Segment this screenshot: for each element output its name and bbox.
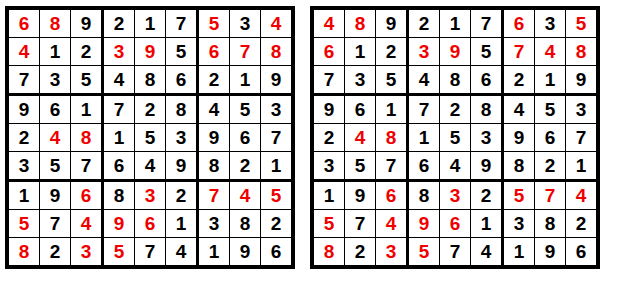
right-board-cell-r4c2[interactable]: 6 [345, 96, 376, 124]
left-board-cell-r2c4[interactable]: 3 [104, 38, 135, 66]
left-board-row-6: 357649821 [9, 152, 291, 182]
right-board-row-3: 735486219 [314, 66, 596, 96]
right-board-cell-r6c5[interactable]: 4 [440, 152, 471, 182]
right-board-cell-r9c5[interactable]: 7 [440, 238, 471, 265]
right-board-cell-r7c6[interactable]: 2 [471, 182, 504, 210]
right-board-cell-r9c3[interactable]: 3 [376, 238, 409, 265]
right-board-cell-r3c9[interactable]: 9 [566, 66, 596, 96]
left-board-row-9: 823574196 [9, 238, 291, 265]
left-board-cell-r4c5[interactable]: 2 [135, 96, 166, 124]
right-board-cell-r5c7[interactable]: 9 [504, 124, 535, 152]
left-board-cell-r3c8[interactable]: 1 [230, 66, 261, 96]
sudoku-board-right: 4892176356123957487354862199617284532481… [310, 6, 600, 269]
right-board-cell-r8c9[interactable]: 2 [566, 210, 596, 238]
left-board-cell-r1c6[interactable]: 7 [166, 10, 199, 38]
left-board-cell-r6c3[interactable]: 7 [71, 152, 104, 182]
left-board-cell-r7c9[interactable]: 5 [261, 182, 291, 210]
right-board-cell-r5c5[interactable]: 5 [440, 124, 471, 152]
right-board-cell-r4c7[interactable]: 4 [504, 96, 535, 124]
right-board-cell-r1c1[interactable]: 4 [314, 10, 345, 38]
left-board-cell-r7c2[interactable]: 9 [40, 182, 71, 210]
left-board-cell-r5c1[interactable]: 2 [9, 124, 40, 152]
left-board-cell-r9c5[interactable]: 7 [135, 238, 166, 265]
left-board-cell-r3c5[interactable]: 8 [135, 66, 166, 96]
left-board-cell-r9c2[interactable]: 2 [40, 238, 71, 265]
left-board-cell-r9c3[interactable]: 3 [71, 238, 104, 265]
right-board-cell-r8c4[interactable]: 9 [409, 210, 440, 238]
left-board-cell-r3c2[interactable]: 3 [40, 66, 71, 96]
right-board-cell-r2c7[interactable]: 7 [504, 38, 535, 66]
left-board-cell-r7c6[interactable]: 2 [166, 182, 199, 210]
left-board-cell-r9c7[interactable]: 1 [199, 238, 230, 265]
right-board-row-8: 574961382 [314, 210, 596, 238]
left-board-row-3: 735486219 [9, 66, 291, 96]
left-board-cell-r5c6[interactable]: 3 [166, 124, 199, 152]
right-board-cell-r4c1[interactable]: 9 [314, 96, 345, 124]
right-board-cell-r3c6[interactable]: 6 [471, 66, 504, 96]
right-board-cell-r2c2[interactable]: 1 [345, 38, 376, 66]
left-board-cell-r1c9[interactable]: 4 [261, 10, 291, 38]
right-board-cell-r7c2[interactable]: 9 [345, 182, 376, 210]
right-board-cell-r8c6[interactable]: 1 [471, 210, 504, 238]
right-board-cell-r7c3[interactable]: 6 [376, 182, 409, 210]
left-board-cell-r7c3[interactable]: 6 [71, 182, 104, 210]
left-board-cell-r5c9[interactable]: 7 [261, 124, 291, 152]
left-board-cell-r1c5[interactable]: 1 [135, 10, 166, 38]
left-board-cell-r4c2[interactable]: 6 [40, 96, 71, 124]
left-board-cell-r7c4[interactable]: 8 [104, 182, 135, 210]
left-board-cell-r6c7[interactable]: 8 [199, 152, 230, 182]
right-board-cell-r1c9[interactable]: 5 [566, 10, 596, 38]
left-board-cell-r2c6[interactable]: 5 [166, 38, 199, 66]
left-board-cell-r8c2[interactable]: 7 [40, 210, 71, 238]
right-board-cell-r6c9[interactable]: 1 [566, 152, 596, 182]
left-board-cell-r3c3[interactable]: 5 [71, 66, 104, 96]
right-board-cell-r9c2[interactable]: 2 [345, 238, 376, 265]
right-board-cell-r9c7[interactable]: 1 [504, 238, 535, 265]
right-board-cell-r3c2[interactable]: 3 [345, 66, 376, 96]
right-board-cell-r1c2[interactable]: 8 [345, 10, 376, 38]
right-board-cell-r6c3[interactable]: 7 [376, 152, 409, 182]
left-board-cell-r2c2[interactable]: 1 [40, 38, 71, 66]
left-board-cell-r6c5[interactable]: 4 [135, 152, 166, 182]
right-board-row-2: 612395748 [314, 38, 596, 66]
left-board-cell-r4c1[interactable]: 9 [9, 96, 40, 124]
left-board-cell-r5c8[interactable]: 6 [230, 124, 261, 152]
right-board-cell-r7c1[interactable]: 1 [314, 182, 345, 210]
right-board-cell-r6c1[interactable]: 3 [314, 152, 345, 182]
right-board-cell-r8c3[interactable]: 4 [376, 210, 409, 238]
right-board-cell-r8c5[interactable]: 6 [440, 210, 471, 238]
right-board-cell-r6c2[interactable]: 5 [345, 152, 376, 182]
right-board-cell-r3c5[interactable]: 8 [440, 66, 471, 96]
right-board-cell-r4c4[interactable]: 7 [409, 96, 440, 124]
left-board-row-5: 248153967 [9, 124, 291, 152]
left-board-cell-r3c6[interactable]: 6 [166, 66, 199, 96]
right-board-cell-r2c4[interactable]: 3 [409, 38, 440, 66]
right-board-row-4: 961728453 [314, 96, 596, 124]
right-board-cell-r5c8[interactable]: 6 [535, 124, 566, 152]
right-board-cell-r1c7[interactable]: 6 [504, 10, 535, 38]
right-board-cell-r9c6[interactable]: 4 [471, 238, 504, 265]
left-board-cell-r4c3[interactable]: 1 [71, 96, 104, 124]
left-board-cell-r6c2[interactable]: 5 [40, 152, 71, 182]
left-board-cell-r8c1[interactable]: 5 [9, 210, 40, 238]
right-board-cell-r4c9[interactable]: 3 [566, 96, 596, 124]
right-board-row-6: 357649821 [314, 152, 596, 182]
left-board-cell-r8c3[interactable]: 4 [71, 210, 104, 238]
right-board-cell-r5c2[interactable]: 4 [345, 124, 376, 152]
right-board-cell-r1c4[interactable]: 2 [409, 10, 440, 38]
left-board-cell-r4c6[interactable]: 8 [166, 96, 199, 124]
right-board-cell-r8c8[interactable]: 8 [535, 210, 566, 238]
right-board-cell-r2c9[interactable]: 8 [566, 38, 596, 66]
right-board-row-1: 489217635 [314, 10, 596, 38]
left-board-row-4: 961728453 [9, 96, 291, 124]
right-board-cell-r2c1[interactable]: 6 [314, 38, 345, 66]
left-board-cell-r4c9[interactable]: 3 [261, 96, 291, 124]
right-board-cell-r7c8[interactable]: 7 [535, 182, 566, 210]
left-board-cell-r3c1[interactable]: 7 [9, 66, 40, 96]
left-board-cell-r6c6[interactable]: 9 [166, 152, 199, 182]
right-board-cell-r9c4[interactable]: 5 [409, 238, 440, 265]
left-board-cell-r2c3[interactable]: 2 [71, 38, 104, 66]
left-board-cell-r8c8[interactable]: 8 [230, 210, 261, 238]
left-board-cell-r3c9[interactable]: 9 [261, 66, 291, 96]
left-board-row-1: 689217534 [9, 10, 291, 38]
right-board-cell-r4c6[interactable]: 8 [471, 96, 504, 124]
right-board-cell-r1c5[interactable]: 1 [440, 10, 471, 38]
right-board-cell-r3c8[interactable]: 1 [535, 66, 566, 96]
right-board-cell-r4c3[interactable]: 1 [376, 96, 409, 124]
left-board-cell-r1c3[interactable]: 9 [71, 10, 104, 38]
right-board-cell-r6c4[interactable]: 6 [409, 152, 440, 182]
left-board-cell-r9c6[interactable]: 4 [166, 238, 199, 265]
right-board-cell-r1c6[interactable]: 7 [471, 10, 504, 38]
right-board-cell-r7c7[interactable]: 5 [504, 182, 535, 210]
left-board-cell-r6c9[interactable]: 1 [261, 152, 291, 182]
left-board-cell-r1c7[interactable]: 5 [199, 10, 230, 38]
left-board-cell-r2c9[interactable]: 8 [261, 38, 291, 66]
right-board-cell-r3c4[interactable]: 4 [409, 66, 440, 96]
sudoku-page: 6892175344123956787354862199617284532481… [0, 0, 623, 269]
right-board-row-9: 823574196 [314, 238, 596, 265]
left-board-cell-r1c1[interactable]: 6 [9, 10, 40, 38]
left-board-cell-r5c4[interactable]: 1 [104, 124, 135, 152]
left-board-cell-r5c2[interactable]: 4 [40, 124, 71, 152]
left-board-cell-r2c7[interactable]: 6 [199, 38, 230, 66]
left-board-row-7: 196832745 [9, 182, 291, 210]
left-board-cell-r8c9[interactable]: 2 [261, 210, 291, 238]
left-board-cell-r4c8[interactable]: 5 [230, 96, 261, 124]
left-board-cell-r8c6[interactable]: 1 [166, 210, 199, 238]
right-board-cell-r5c4[interactable]: 1 [409, 124, 440, 152]
right-board-cell-r9c8[interactable]: 9 [535, 238, 566, 265]
right-board-cell-r1c3[interactable]: 9 [376, 10, 409, 38]
right-board-cell-r7c5[interactable]: 3 [440, 182, 471, 210]
right-board-cell-r5c1[interactable]: 2 [314, 124, 345, 152]
left-board-cell-r6c4[interactable]: 6 [104, 152, 135, 182]
left-board-cell-r6c1[interactable]: 3 [9, 152, 40, 182]
right-board-cell-r6c7[interactable]: 8 [504, 152, 535, 182]
sudoku-board-left: 6892175344123956787354862199617284532481… [5, 6, 295, 269]
left-board-cell-r9c1[interactable]: 8 [9, 238, 40, 265]
left-board-cell-r5c5[interactable]: 5 [135, 124, 166, 152]
right-board-cell-r6c6[interactable]: 9 [471, 152, 504, 182]
right-board-row-7: 196832574 [314, 182, 596, 210]
left-board-cell-r3c4[interactable]: 4 [104, 66, 135, 96]
right-board-cell-r8c2[interactable]: 7 [345, 210, 376, 238]
right-board-cell-r3c3[interactable]: 5 [376, 66, 409, 96]
right-board-cell-r5c9[interactable]: 7 [566, 124, 596, 152]
right-board-cell-r4c5[interactable]: 2 [440, 96, 471, 124]
right-board-cell-r9c1[interactable]: 8 [314, 238, 345, 265]
left-board-cell-r2c5[interactable]: 9 [135, 38, 166, 66]
right-board-cell-r9c9[interactable]: 6 [566, 238, 596, 265]
left-board-cell-r5c7[interactable]: 9 [199, 124, 230, 152]
left-board-row-2: 412395678 [9, 38, 291, 66]
left-board-cell-r3c7[interactable]: 2 [199, 66, 230, 96]
left-board-row-8: 574961382 [9, 210, 291, 238]
left-board-cell-r7c7[interactable]: 7 [199, 182, 230, 210]
right-board-cell-r2c5[interactable]: 9 [440, 38, 471, 66]
left-board-cell-r1c2[interactable]: 8 [40, 10, 71, 38]
left-board-cell-r4c4[interactable]: 7 [104, 96, 135, 124]
right-board-cell-r7c9[interactable]: 4 [566, 182, 596, 210]
left-board-cell-r2c1[interactable]: 4 [9, 38, 40, 66]
left-board-cell-r8c5[interactable]: 6 [135, 210, 166, 238]
right-board-cell-r3c1[interactable]: 7 [314, 66, 345, 96]
right-board-cell-r8c7[interactable]: 3 [504, 210, 535, 238]
left-board-cell-r9c8[interactable]: 9 [230, 238, 261, 265]
left-board-cell-r7c5[interactable]: 3 [135, 182, 166, 210]
left-board-cell-r6c8[interactable]: 2 [230, 152, 261, 182]
right-board-cell-r5c6[interactable]: 3 [471, 124, 504, 152]
right-board-cell-r2c6[interactable]: 5 [471, 38, 504, 66]
left-board-cell-r7c1[interactable]: 1 [9, 182, 40, 210]
left-board-cell-r1c4[interactable]: 2 [104, 10, 135, 38]
left-board-cell-r9c4[interactable]: 5 [104, 238, 135, 265]
left-board-cell-r8c4[interactable]: 9 [104, 210, 135, 238]
left-board-cell-r7c8[interactable]: 4 [230, 182, 261, 210]
right-board-cell-r8c1[interactable]: 5 [314, 210, 345, 238]
right-board-cell-r1c8[interactable]: 3 [535, 10, 566, 38]
left-board-cell-r4c7[interactable]: 4 [199, 96, 230, 124]
right-board-cell-r3c7[interactable]: 2 [504, 66, 535, 96]
right-board-row-5: 248153967 [314, 124, 596, 152]
left-board-cell-r2c8[interactable]: 7 [230, 38, 261, 66]
left-board-cell-r8c7[interactable]: 3 [199, 210, 230, 238]
left-board-cell-r9c9[interactable]: 6 [261, 238, 291, 265]
right-board-cell-r7c4[interactable]: 8 [409, 182, 440, 210]
right-board-cell-r5c3[interactable]: 8 [376, 124, 409, 152]
left-board-cell-r1c8[interactable]: 3 [230, 10, 261, 38]
right-board-cell-r2c3[interactable]: 2 [376, 38, 409, 66]
right-board-cell-r6c8[interactable]: 2 [535, 152, 566, 182]
left-board-cell-r5c3[interactable]: 8 [71, 124, 104, 152]
right-board-cell-r4c8[interactable]: 5 [535, 96, 566, 124]
right-board-cell-r2c8[interactable]: 4 [535, 38, 566, 66]
